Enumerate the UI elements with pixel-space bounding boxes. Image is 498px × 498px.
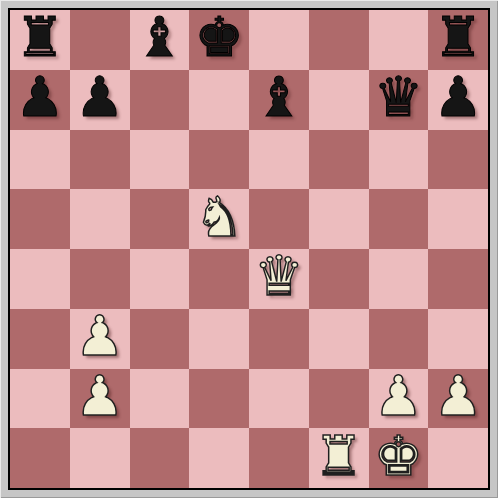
square-f4[interactable] xyxy=(309,249,369,309)
chess-board: ♜♝♚♜♟♟♝♛♟♞♛♟♟♟♟♜♚ xyxy=(10,10,488,488)
piece-black-queen[interactable]: ♛ xyxy=(374,70,423,125)
square-g2[interactable]: ♟ xyxy=(369,369,429,429)
square-d3[interactable] xyxy=(189,309,249,369)
square-e8[interactable] xyxy=(249,10,309,70)
piece-white-king[interactable]: ♚ xyxy=(374,429,423,484)
square-g3[interactable] xyxy=(369,309,429,369)
square-b8[interactable] xyxy=(70,10,130,70)
square-g1[interactable]: ♚ xyxy=(369,428,429,488)
board-frame: ♜♝♚♜♟♟♝♛♟♞♛♟♟♟♟♜♚ xyxy=(0,0,498,498)
piece-black-pawn[interactable]: ♟ xyxy=(15,70,64,125)
square-f5[interactable] xyxy=(309,189,369,249)
square-f1[interactable]: ♜ xyxy=(309,428,369,488)
square-b5[interactable] xyxy=(70,189,130,249)
square-d7[interactable] xyxy=(189,70,249,130)
square-e5[interactable] xyxy=(249,189,309,249)
square-g7[interactable]: ♛ xyxy=(369,70,429,130)
piece-white-rook[interactable]: ♜ xyxy=(314,429,363,484)
square-h6[interactable] xyxy=(428,130,488,190)
square-d5[interactable]: ♞ xyxy=(189,189,249,249)
square-f2[interactable] xyxy=(309,369,369,429)
square-h8[interactable]: ♜ xyxy=(428,10,488,70)
square-h5[interactable] xyxy=(428,189,488,249)
piece-black-king[interactable]: ♚ xyxy=(194,10,243,65)
square-e1[interactable] xyxy=(249,428,309,488)
square-e6[interactable] xyxy=(249,130,309,190)
board-inner-border: ♜♝♚♜♟♟♝♛♟♞♛♟♟♟♟♜♚ xyxy=(8,8,490,490)
piece-white-knight[interactable]: ♞ xyxy=(194,190,243,245)
square-f7[interactable] xyxy=(309,70,369,130)
square-c5[interactable] xyxy=(130,189,190,249)
piece-black-rook[interactable]: ♜ xyxy=(433,10,482,65)
square-g5[interactable] xyxy=(369,189,429,249)
square-c1[interactable] xyxy=(130,428,190,488)
square-b3[interactable]: ♟ xyxy=(70,309,130,369)
piece-black-pawn[interactable]: ♟ xyxy=(433,70,482,125)
piece-white-pawn[interactable]: ♟ xyxy=(75,309,124,364)
square-h7[interactable]: ♟ xyxy=(428,70,488,130)
square-b4[interactable] xyxy=(70,249,130,309)
square-a3[interactable] xyxy=(10,309,70,369)
square-a2[interactable] xyxy=(10,369,70,429)
square-h3[interactable] xyxy=(428,309,488,369)
square-c6[interactable] xyxy=(130,130,190,190)
square-f3[interactable] xyxy=(309,309,369,369)
square-d2[interactable] xyxy=(189,369,249,429)
square-e3[interactable] xyxy=(249,309,309,369)
square-c2[interactable] xyxy=(130,369,190,429)
square-a1[interactable] xyxy=(10,428,70,488)
piece-black-bishop[interactable]: ♝ xyxy=(135,10,184,65)
piece-white-pawn[interactable]: ♟ xyxy=(374,369,423,424)
piece-black-bishop[interactable]: ♝ xyxy=(254,70,303,125)
square-b1[interactable] xyxy=(70,428,130,488)
square-b2[interactable]: ♟ xyxy=(70,369,130,429)
square-b6[interactable] xyxy=(70,130,130,190)
square-a7[interactable]: ♟ xyxy=(10,70,70,130)
piece-black-rook[interactable]: ♜ xyxy=(15,10,64,65)
square-d6[interactable] xyxy=(189,130,249,190)
square-a4[interactable] xyxy=(10,249,70,309)
square-c7[interactable] xyxy=(130,70,190,130)
square-h2[interactable]: ♟ xyxy=(428,369,488,429)
square-f6[interactable] xyxy=(309,130,369,190)
square-b7[interactable]: ♟ xyxy=(70,70,130,130)
square-a6[interactable] xyxy=(10,130,70,190)
square-e2[interactable] xyxy=(249,369,309,429)
square-c4[interactable] xyxy=(130,249,190,309)
square-c8[interactable]: ♝ xyxy=(130,10,190,70)
piece-white-pawn[interactable]: ♟ xyxy=(433,369,482,424)
piece-black-pawn[interactable]: ♟ xyxy=(75,70,124,125)
square-h1[interactable] xyxy=(428,428,488,488)
square-d8[interactable]: ♚ xyxy=(189,10,249,70)
square-g8[interactable] xyxy=(369,10,429,70)
square-d1[interactable] xyxy=(189,428,249,488)
square-d4[interactable] xyxy=(189,249,249,309)
square-g4[interactable] xyxy=(369,249,429,309)
square-a5[interactable] xyxy=(10,189,70,249)
square-a8[interactable]: ♜ xyxy=(10,10,70,70)
square-c3[interactable] xyxy=(130,309,190,369)
square-e7[interactable]: ♝ xyxy=(249,70,309,130)
piece-white-queen[interactable]: ♛ xyxy=(254,249,303,304)
square-g6[interactable] xyxy=(369,130,429,190)
square-f8[interactable] xyxy=(309,10,369,70)
piece-white-pawn[interactable]: ♟ xyxy=(75,369,124,424)
square-e4[interactable]: ♛ xyxy=(249,249,309,309)
square-h4[interactable] xyxy=(428,249,488,309)
